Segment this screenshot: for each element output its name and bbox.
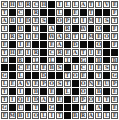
black-cell [40, 9, 47, 16]
letter-cell[interactable]: E [56, 96, 63, 103]
letter-cell[interactable]: E [111, 88, 118, 95]
letter-cell[interactable]: T [88, 1, 95, 8]
black-cell [80, 41, 87, 48]
letter-cell[interactable]: E [9, 80, 16, 87]
letter-cell[interactable]: E [25, 41, 32, 48]
black-cell [103, 88, 110, 95]
letter-cell[interactable]: E [111, 104, 118, 111]
letter-cell[interactable]: T [80, 49, 87, 56]
letter-cell[interactable]: T [32, 25, 39, 32]
letter-cell[interactable]: O [56, 17, 63, 24]
letter-cell[interactable]: O [80, 88, 87, 95]
letter-cell[interactable]: E [32, 80, 39, 87]
letter-cell[interactable]: D [32, 96, 39, 103]
black-cell [25, 57, 32, 64]
letter-cell[interactable]: N [88, 80, 95, 87]
letter-cell[interactable]: O [95, 25, 102, 32]
letter-cell[interactable]: M [9, 112, 16, 119]
letter-cell[interactable]: C [17, 64, 24, 71]
letter-cell[interactable]: E [111, 112, 118, 119]
black-cell [64, 64, 71, 71]
black-cell [9, 9, 16, 16]
letter-cell[interactable]: T [48, 96, 55, 103]
letter-cell[interactable]: T [111, 64, 118, 71]
letter-cell[interactable]: G [80, 57, 87, 64]
letter-cell[interactable]: W [48, 33, 55, 40]
letter-cell[interactable]: T [1, 49, 8, 56]
letter-cell[interactable]: I [17, 88, 24, 95]
letter-cell[interactable]: R [17, 57, 24, 64]
letter-cell[interactable]: E [17, 49, 24, 56]
letter-cell[interactable]: R [9, 33, 16, 40]
black-cell [9, 64, 16, 71]
letter-cell[interactable]: I [88, 49, 95, 56]
black-cell [64, 41, 71, 48]
letter-cell[interactable]: E [25, 64, 32, 71]
letter-cell[interactable]: E [72, 96, 79, 103]
letter-cell[interactable]: P [80, 96, 87, 103]
letter-cell[interactable]: I [72, 64, 79, 71]
letter-cell[interactable]: B [95, 57, 102, 64]
black-cell [80, 9, 87, 16]
black-cell [48, 72, 55, 79]
letter-cell[interactable]: L [56, 9, 63, 16]
letter-cell[interactable]: B [17, 112, 24, 119]
black-cell [48, 9, 55, 16]
letter-cell[interactable]: L [72, 1, 79, 8]
letter-cell[interactable]: T [1, 9, 8, 16]
letter-cell[interactable]: V [25, 80, 32, 87]
letter-cell[interactable]: E [95, 64, 102, 71]
letter-cell[interactable]: O [95, 41, 102, 48]
letter-cell[interactable]: A [56, 33, 63, 40]
letter-cell[interactable]: I [25, 112, 32, 119]
letter-cell[interactable]: E [95, 49, 102, 56]
letter-cell[interactable]: E [95, 80, 102, 87]
black-cell [64, 96, 71, 103]
black-cell [103, 104, 110, 111]
black-cell [25, 9, 32, 16]
letter-cell[interactable]: H [9, 49, 16, 56]
black-cell [72, 80, 79, 87]
letter-cell[interactable]: H [40, 1, 47, 8]
black-cell [103, 57, 110, 64]
black-cell [56, 104, 63, 111]
letter-cell[interactable]: S [103, 64, 110, 71]
letter-cell[interactable]: I [48, 112, 55, 119]
letter-cell[interactable]: O [48, 80, 55, 87]
letter-cell[interactable]: A [56, 41, 63, 48]
letter-cell[interactable]: C [80, 64, 87, 71]
letter-cell[interactable]: D [40, 72, 47, 79]
letter-cell[interactable]: E [1, 57, 8, 64]
letter-cell[interactable]: R [25, 1, 32, 8]
letter-cell[interactable]: B [9, 17, 16, 24]
black-cell [88, 57, 95, 64]
letter-cell[interactable]: R [32, 9, 39, 16]
letter-cell[interactable]: R [64, 33, 71, 40]
letter-cell[interactable]: D [25, 17, 32, 24]
letter-cell[interactable]: A [72, 49, 79, 56]
letter-cell[interactable]: W [80, 25, 87, 32]
letter-cell[interactable]: A [48, 25, 55, 32]
letter-cell[interactable]: L [17, 72, 24, 79]
black-cell [25, 25, 32, 32]
black-cell [40, 33, 47, 40]
letter-cell[interactable]: C [48, 49, 55, 56]
black-cell [103, 41, 110, 48]
letter-cell[interactable]: L [32, 57, 39, 64]
letter-cell[interactable]: T [80, 104, 87, 111]
letter-cell[interactable]: G [48, 104, 55, 111]
letter-cell[interactable]: T [72, 33, 79, 40]
letter-cell[interactable]: B [111, 57, 118, 64]
letter-cell[interactable]: T [56, 112, 63, 119]
letter-cell[interactable]: S [56, 64, 63, 71]
letter-cell[interactable]: I [25, 96, 32, 103]
black-cell [25, 104, 32, 111]
black-cell [72, 88, 79, 95]
black-cell [64, 9, 71, 16]
letter-cell[interactable]: O [88, 96, 95, 103]
black-cell [32, 72, 39, 79]
letter-cell[interactable]: C [17, 9, 24, 16]
letter-cell[interactable]: I [95, 17, 102, 24]
letter-cell[interactable]: I [88, 64, 95, 71]
letter-cell[interactable]: I [17, 17, 24, 24]
letter-cell[interactable]: U [103, 80, 110, 87]
letter-cell[interactable]: S [103, 17, 110, 24]
letter-cell[interactable]: E [95, 33, 102, 40]
black-cell [56, 25, 63, 32]
black-cell [9, 25, 16, 32]
letter-cell[interactable]: I [25, 49, 32, 56]
black-cell [40, 25, 47, 32]
letter-cell[interactable]: I [64, 57, 71, 64]
letter-cell[interactable]: E [32, 33, 39, 40]
black-cell [40, 49, 47, 56]
letter-cell[interactable]: E [40, 64, 47, 71]
black-cell [40, 41, 47, 48]
letter-cell[interactable]: E [111, 96, 118, 103]
letter-cell[interactable]: L [103, 112, 110, 119]
letter-cell[interactable]: B [48, 64, 55, 71]
letter-cell[interactable]: E [32, 17, 39, 24]
letter-cell[interactable]: A [88, 112, 95, 119]
letter-cell[interactable]: T [95, 72, 102, 79]
letter-cell[interactable]: P [40, 80, 47, 87]
letter-cell[interactable]: I [56, 1, 63, 8]
letter-cell[interactable]: T [103, 96, 110, 103]
letter-cell[interactable]: A [80, 1, 87, 8]
letter-cell[interactable]: B [72, 112, 79, 119]
letter-cell[interactable]: D [72, 41, 79, 48]
black-cell [56, 57, 63, 64]
crossword-board: CHURCHILLATIVETCRLETFABIDESOPTIMISTIBTAR… [0, 0, 119, 120]
letter-cell[interactable]: O [72, 72, 79, 79]
letter-cell[interactable]: F [111, 9, 118, 16]
letter-cell[interactable]: R [64, 25, 71, 32]
letter-cell[interactable]: T [111, 17, 118, 24]
letter-cell[interactable]: C [32, 1, 39, 8]
letter-cell[interactable]: R [80, 112, 87, 119]
black-cell [88, 88, 95, 95]
black-cell [40, 104, 47, 111]
letter-cell[interactable]: A [40, 96, 47, 103]
letter-cell[interactable]: F [111, 33, 118, 40]
black-cell [48, 17, 55, 24]
black-cell [103, 25, 110, 32]
letter-cell[interactable]: O [103, 33, 110, 40]
black-cell [48, 1, 55, 8]
letter-cell[interactable]: T [32, 104, 39, 111]
black-cell [95, 9, 102, 16]
letter-cell[interactable]: L [95, 112, 102, 119]
letter-cell[interactable]: T [1, 88, 8, 95]
letter-cell[interactable]: E [1, 112, 8, 119]
letter-cell[interactable]: U [17, 1, 24, 8]
letter-cell[interactable]: S [56, 80, 63, 87]
letter-cell[interactable]: L [64, 1, 71, 8]
letter-cell[interactable]: E [1, 41, 8, 48]
letter-cell[interactable]: I [9, 96, 16, 103]
black-cell [88, 72, 95, 79]
black-cell [103, 9, 110, 16]
black-cell [9, 72, 16, 79]
letter-cell[interactable]: G [111, 72, 118, 79]
black-cell [25, 88, 32, 95]
black-cell [9, 104, 16, 111]
black-cell [64, 112, 71, 119]
letter-cell[interactable]: P [64, 17, 71, 24]
black-cell [103, 72, 110, 79]
letter-cell[interactable]: B [17, 25, 24, 32]
letter-cell[interactable]: Q [17, 96, 24, 103]
black-cell [56, 72, 63, 79]
letter-cell[interactable]: L [40, 112, 47, 119]
black-cell [9, 88, 16, 95]
letter-cell[interactable]: T [64, 72, 71, 79]
letter-cell[interactable]: E [72, 9, 79, 16]
black-cell [56, 88, 63, 95]
letter-cell[interactable]: R [56, 49, 63, 56]
letter-cell[interactable]: M [88, 17, 95, 24]
letter-cell[interactable]: I [80, 33, 87, 40]
letter-cell[interactable]: T [88, 9, 95, 16]
letter-cell[interactable]: T [1, 96, 8, 103]
letter-cell[interactable]: G [1, 72, 8, 79]
black-cell [88, 104, 95, 111]
black-cell [64, 104, 71, 111]
letter-cell[interactable]: E [80, 72, 87, 79]
letter-cell[interactable]: E [48, 88, 55, 95]
letter-cell[interactable]: I [95, 1, 102, 8]
letter-cell[interactable]: A [17, 80, 24, 87]
letter-cell[interactable]: L [48, 57, 55, 64]
black-cell [72, 25, 79, 32]
letter-cell[interactable]: I [17, 41, 24, 48]
letter-cell[interactable]: E [48, 41, 55, 48]
letter-cell[interactable]: G [1, 104, 8, 111]
black-cell [9, 57, 16, 64]
black-cell [88, 25, 95, 32]
letter-cell[interactable]: S [17, 33, 24, 40]
letter-cell[interactable]: A [95, 104, 102, 111]
letter-cell[interactable]: T [72, 17, 79, 24]
letter-cell[interactable]: H [9, 1, 16, 8]
letter-cell[interactable]: S [40, 17, 47, 24]
letter-cell[interactable]: O [32, 112, 39, 119]
letter-cell[interactable]: B [95, 88, 102, 95]
black-cell [88, 41, 95, 48]
letter-cell[interactable]: I [1, 25, 8, 32]
letter-cell[interactable]: C [1, 1, 8, 8]
letter-cell[interactable]: L [64, 88, 71, 95]
letter-cell[interactable]: R [32, 49, 39, 56]
letter-cell[interactable]: T [64, 80, 71, 87]
black-cell [72, 57, 79, 64]
letter-cell[interactable]: I [80, 17, 87, 24]
letter-cell[interactable]: F [111, 41, 118, 48]
black-cell [111, 49, 118, 56]
letter-cell[interactable]: E [111, 1, 118, 8]
letter-cell[interactable]: L [32, 64, 39, 71]
letter-cell[interactable]: B [32, 88, 39, 95]
black-cell [25, 72, 32, 79]
black-cell [9, 41, 16, 48]
letter-cell[interactable]: V [103, 1, 110, 8]
letter-cell[interactable]: O [80, 80, 87, 87]
black-cell [1, 64, 8, 71]
letter-cell[interactable]: L [1, 80, 8, 87]
black-cell [32, 41, 39, 48]
letter-cell[interactable]: U [17, 104, 24, 111]
letter-cell[interactable]: P [111, 80, 118, 87]
letter-cell[interactable]: I [1, 33, 8, 40]
letter-cell[interactable]: T [25, 33, 32, 40]
letter-cell[interactable]: E [64, 49, 71, 56]
letter-cell[interactable]: I [95, 96, 102, 103]
black-cell [72, 104, 79, 111]
letter-cell[interactable]: A [1, 17, 8, 24]
black-cell [103, 49, 110, 56]
letter-cell[interactable]: M [88, 33, 95, 40]
letter-cell[interactable]: F [111, 25, 118, 32]
black-cell [40, 57, 47, 64]
black-cell [40, 88, 47, 95]
